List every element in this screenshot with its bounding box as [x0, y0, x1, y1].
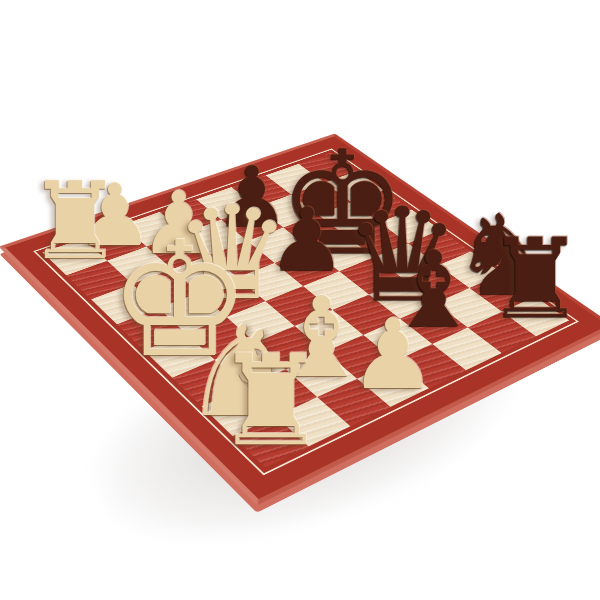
piece-white-pawn-h4: ♟	[350, 306, 437, 403]
piece-black-rook-h8: ♜	[486, 225, 585, 336]
piece-white-rook-h1: ♜	[215, 339, 327, 464]
